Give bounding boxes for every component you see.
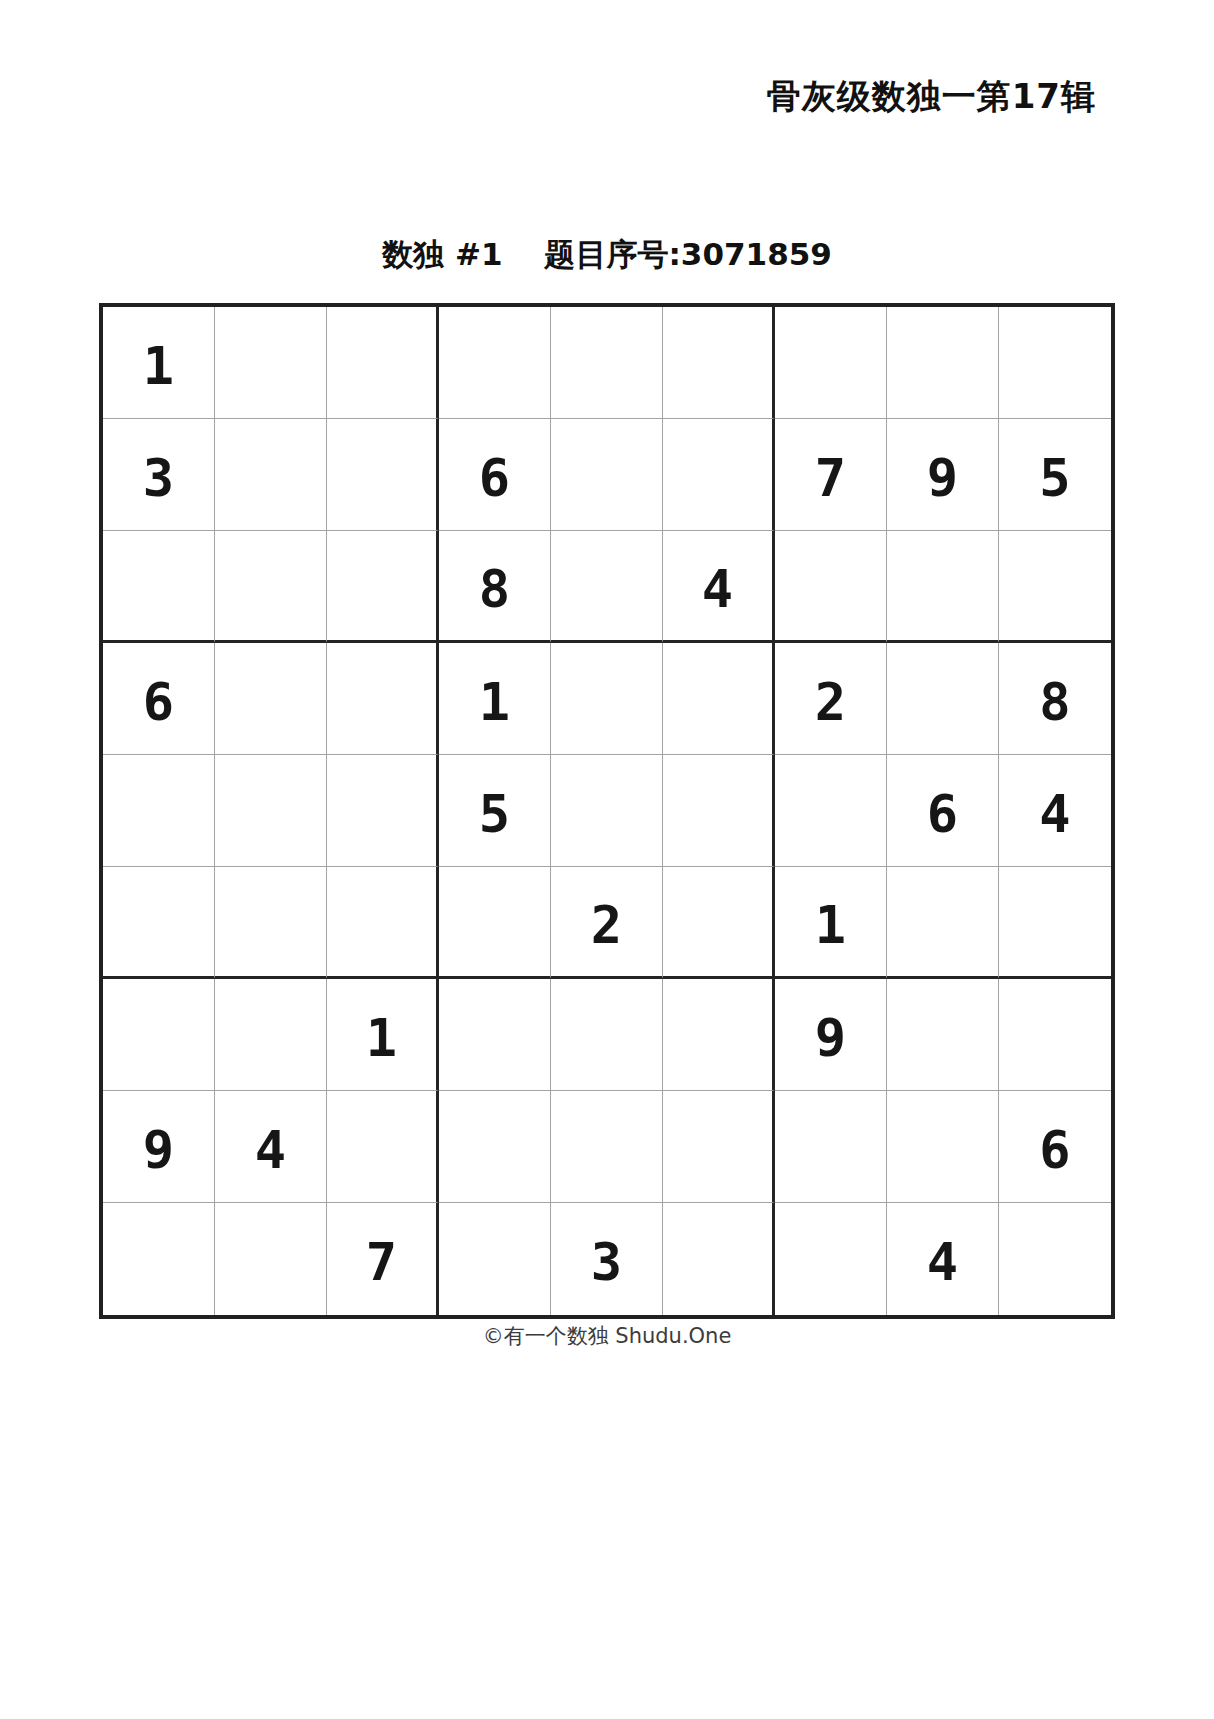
collection-title: 骨灰级数独一第17辑	[767, 74, 1096, 120]
cell-r9c9	[999, 1203, 1111, 1315]
cell-r3c3	[327, 531, 439, 643]
cell-r4c4: 1	[439, 643, 551, 755]
cell-r5c2	[215, 755, 327, 867]
cell-r5c3	[327, 755, 439, 867]
cell-r5c9: 4	[999, 755, 1111, 867]
cell-r4c6	[663, 643, 775, 755]
cell-r5c6	[663, 755, 775, 867]
cell-r8c3	[327, 1091, 439, 1203]
puzzle-header: 数独 #1题目序号:3071859	[99, 234, 1115, 276]
cell-r9c8: 4	[887, 1203, 999, 1315]
cell-r7c1	[103, 979, 215, 1091]
cell-r4c1: 6	[103, 643, 215, 755]
cell-r3c9	[999, 531, 1111, 643]
cell-r2c7: 7	[775, 419, 887, 531]
cell-r2c3	[327, 419, 439, 531]
cell-r1c4	[439, 307, 551, 419]
cell-r9c7	[775, 1203, 887, 1315]
cell-r9c1	[103, 1203, 215, 1315]
cell-r4c8	[887, 643, 999, 755]
cell-r6c3	[327, 867, 439, 979]
cell-r7c5	[551, 979, 663, 1091]
cell-r1c1: 1	[103, 307, 215, 419]
cell-r5c1	[103, 755, 215, 867]
cell-r9c3: 7	[327, 1203, 439, 1315]
cell-r2c2	[215, 419, 327, 531]
sudoku-board: 1367958461285642119946734	[99, 303, 1115, 1319]
puzzle-serial: 题目序号:3071859	[544, 236, 831, 272]
sudoku-sheet: 骨灰级数独一第17辑 数独 #1题目序号:3071859 13679584612…	[0, 0, 1214, 1719]
cell-r8c6	[663, 1091, 775, 1203]
cell-r6c9	[999, 867, 1111, 979]
cell-r8c2: 4	[215, 1091, 327, 1203]
cell-r3c4: 8	[439, 531, 551, 643]
cell-r6c7: 1	[775, 867, 887, 979]
cell-r5c4: 5	[439, 755, 551, 867]
puzzle-title: 数独 #1	[382, 236, 502, 272]
cell-r7c7: 9	[775, 979, 887, 1091]
cell-r2c6	[663, 419, 775, 531]
cell-r8c1: 9	[103, 1091, 215, 1203]
cell-r3c8	[887, 531, 999, 643]
cell-r3c1	[103, 531, 215, 643]
cell-r6c6	[663, 867, 775, 979]
cell-r9c2	[215, 1203, 327, 1315]
cell-r1c3	[327, 307, 439, 419]
cell-r4c2	[215, 643, 327, 755]
cell-r7c3: 1	[327, 979, 439, 1091]
cell-r5c8: 6	[887, 755, 999, 867]
cell-r2c8: 9	[887, 419, 999, 531]
cell-r6c1	[103, 867, 215, 979]
cell-r8c7	[775, 1091, 887, 1203]
cell-r6c5: 2	[551, 867, 663, 979]
cell-r7c9	[999, 979, 1111, 1091]
cell-r7c6	[663, 979, 775, 1091]
cell-r2c4: 6	[439, 419, 551, 531]
cell-r4c9: 8	[999, 643, 1111, 755]
cell-r7c2	[215, 979, 327, 1091]
cell-r6c8	[887, 867, 999, 979]
cell-r9c6	[663, 1203, 775, 1315]
cell-r4c3	[327, 643, 439, 755]
cell-r2c1: 3	[103, 419, 215, 531]
cell-r8c5	[551, 1091, 663, 1203]
cell-r3c5	[551, 531, 663, 643]
cell-r7c8	[887, 979, 999, 1091]
cell-r5c5	[551, 755, 663, 867]
cell-r4c7: 2	[775, 643, 887, 755]
cell-r8c4	[439, 1091, 551, 1203]
cell-r3c2	[215, 531, 327, 643]
cell-r7c4	[439, 979, 551, 1091]
copyright-line: ©有一个数独 Shudu.One	[99, 1322, 1115, 1350]
cell-r2c5	[551, 419, 663, 531]
cell-r9c5: 3	[551, 1203, 663, 1315]
cell-r5c7	[775, 755, 887, 867]
cell-r4c5	[551, 643, 663, 755]
cell-r1c2	[215, 307, 327, 419]
cell-r6c2	[215, 867, 327, 979]
cell-r1c9	[999, 307, 1111, 419]
cell-r3c6: 4	[663, 531, 775, 643]
cell-r6c4	[439, 867, 551, 979]
cell-r8c8	[887, 1091, 999, 1203]
cell-r8c9: 6	[999, 1091, 1111, 1203]
cell-r1c8	[887, 307, 999, 419]
cell-r9c4	[439, 1203, 551, 1315]
cell-r1c6	[663, 307, 775, 419]
cell-r2c9: 5	[999, 419, 1111, 531]
cell-r3c7	[775, 531, 887, 643]
cell-r1c5	[551, 307, 663, 419]
cell-r1c7	[775, 307, 887, 419]
